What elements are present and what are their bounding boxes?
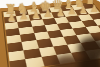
square-r4c3 xyxy=(47,30,63,39)
chess-photo-scene: ♜♞♝♚♛♝♞♜♟♟♟♟♟♟♟♟ Angled photograph of a … xyxy=(0,0,100,67)
square-r2c0 xyxy=(5,22,19,30)
